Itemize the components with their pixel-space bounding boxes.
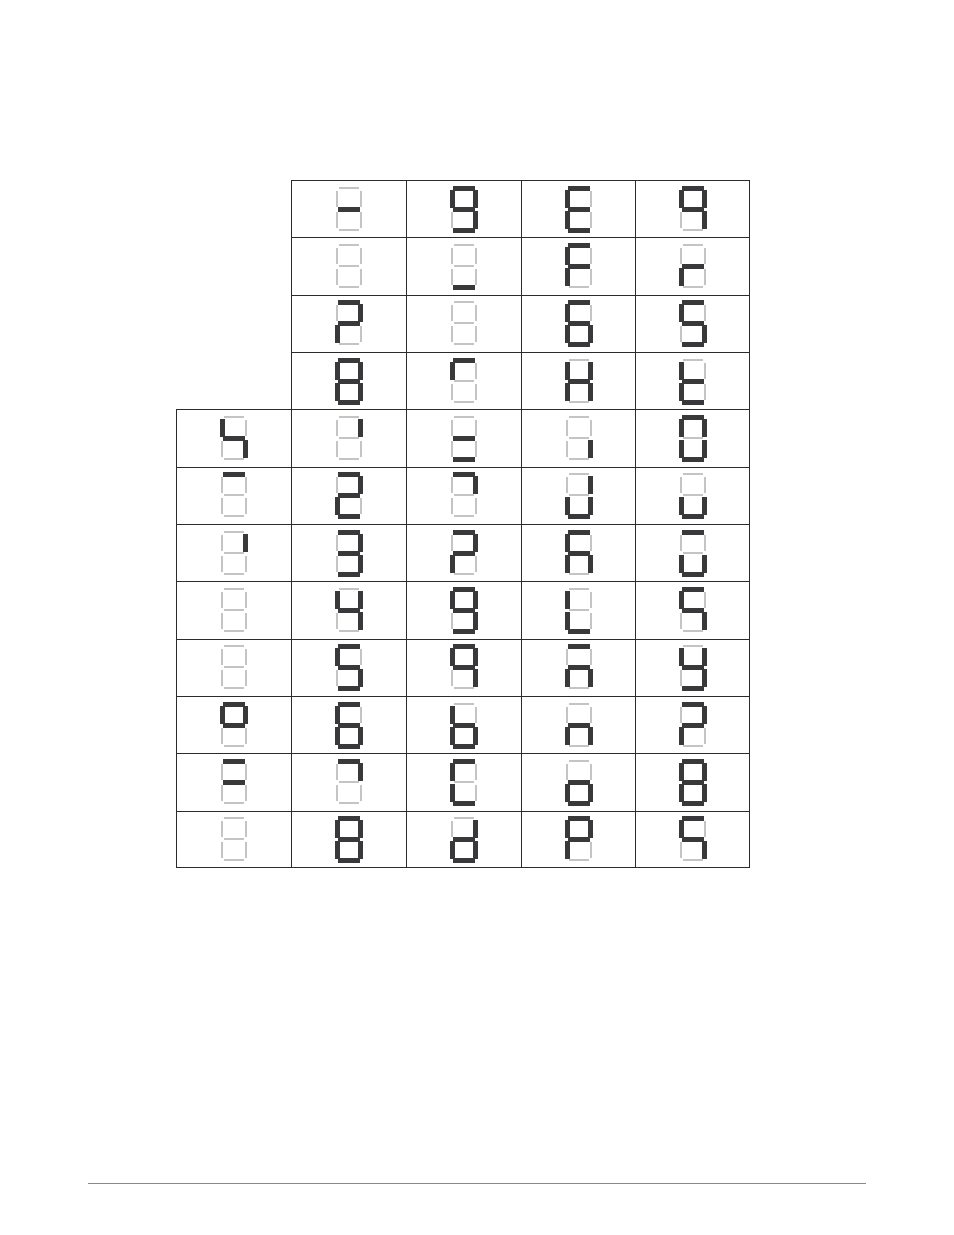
segment-e-off-icon bbox=[680, 326, 682, 342]
cell-r3c4 bbox=[521, 295, 635, 352]
segment-f-on-icon bbox=[565, 534, 570, 552]
segment-a-on-icon bbox=[682, 587, 704, 592]
seven-segment-digit bbox=[565, 816, 593, 863]
segment-e-on-icon bbox=[335, 325, 340, 343]
segment-f-off-icon bbox=[680, 248, 682, 264]
segment-d-off-icon bbox=[569, 401, 589, 403]
segment-e-off-icon bbox=[451, 498, 453, 514]
segment-c-on-icon bbox=[473, 669, 478, 687]
segment-d-off-icon bbox=[224, 687, 244, 689]
segment-a-on-icon bbox=[453, 472, 475, 477]
segment-e-off-icon bbox=[680, 842, 682, 858]
segment-g-on-icon bbox=[338, 608, 360, 613]
cell-r7c1 bbox=[176, 524, 291, 581]
segment-c-off-icon bbox=[590, 613, 592, 629]
segment-d-on-icon bbox=[453, 858, 475, 863]
segment-e-on-icon bbox=[679, 784, 684, 802]
segment-e-off-icon bbox=[336, 441, 338, 457]
segment-f-off-icon bbox=[221, 821, 223, 837]
segment-d-on-icon bbox=[682, 686, 704, 691]
segment-a-off-icon bbox=[569, 473, 589, 475]
segment-d-off-icon bbox=[224, 630, 244, 632]
segment-f-off-icon bbox=[451, 821, 453, 837]
void-area-r4c1 bbox=[176, 352, 291, 409]
segment-g-on-icon bbox=[223, 723, 245, 728]
seven-segment-digit bbox=[565, 186, 593, 233]
segment-g-on-icon bbox=[568, 321, 590, 326]
cell-r8c2 bbox=[291, 581, 406, 638]
segment-a-on-icon bbox=[338, 816, 360, 821]
segment-c-off-icon bbox=[475, 556, 477, 572]
segment-b-off-icon bbox=[590, 707, 592, 723]
segment-d-off-icon bbox=[683, 286, 703, 288]
segment-g-on-icon bbox=[568, 837, 590, 842]
cell-r1c3 bbox=[406, 180, 521, 237]
segment-e-on-icon bbox=[450, 727, 455, 745]
cell-r5c3 bbox=[406, 409, 521, 466]
cell-r6c5 bbox=[635, 467, 750, 524]
segment-e-on-icon bbox=[565, 555, 570, 573]
segment-c-on-icon bbox=[473, 612, 478, 630]
void-area-r1c1 bbox=[176, 180, 291, 237]
segment-d-on-icon bbox=[682, 572, 704, 577]
seven-segment-digit bbox=[335, 300, 363, 347]
seven-segment-digit bbox=[220, 816, 248, 863]
segment-d-off-icon bbox=[339, 343, 359, 345]
segment-c-off-icon bbox=[704, 384, 706, 400]
segment-b-on-icon bbox=[358, 419, 363, 437]
cell-r4c4 bbox=[521, 352, 635, 409]
segment-d-on-icon bbox=[682, 514, 704, 519]
segment-b-on-icon bbox=[473, 591, 478, 609]
segment-e-on-icon bbox=[679, 440, 684, 458]
segment-d-on-icon bbox=[682, 342, 704, 347]
segment-d-off-icon bbox=[224, 859, 244, 861]
seven-segment-digit bbox=[335, 472, 363, 519]
segment-c-off-icon bbox=[475, 441, 477, 457]
segment-c-on-icon bbox=[588, 555, 593, 573]
segment-g-on-icon bbox=[453, 608, 475, 613]
segment-a-off-icon bbox=[454, 244, 474, 246]
segment-b-off-icon bbox=[245, 821, 247, 837]
segment-e-on-icon bbox=[679, 497, 684, 515]
segment-e-off-icon bbox=[451, 269, 453, 285]
segment-d-on-icon bbox=[568, 629, 590, 634]
segment-f-on-icon bbox=[565, 304, 570, 322]
void-area-r3c1 bbox=[176, 295, 291, 352]
segment-f-off-icon bbox=[680, 707, 682, 723]
segment-e-on-icon bbox=[565, 268, 570, 286]
segment-f-off-icon bbox=[336, 305, 338, 321]
segment-b-on-icon bbox=[358, 304, 363, 322]
segment-b-off-icon bbox=[590, 420, 592, 436]
seven-segment-digit bbox=[450, 415, 478, 462]
segment-a-off-icon bbox=[569, 760, 589, 762]
cell-r9c5 bbox=[635, 639, 750, 696]
segment-e-off-icon bbox=[336, 212, 338, 228]
segment-f-off-icon bbox=[451, 420, 453, 436]
segment-b-on-icon bbox=[588, 362, 593, 380]
segment-b-on-icon bbox=[243, 534, 248, 552]
segment-b-off-icon bbox=[245, 649, 247, 665]
segment-d-on-icon bbox=[568, 342, 590, 347]
segment-b-off-icon bbox=[475, 363, 477, 379]
segment-e-on-icon bbox=[679, 555, 684, 573]
segment-d-on-icon bbox=[568, 514, 590, 519]
segment-a-on-icon bbox=[682, 759, 704, 764]
segment-d-off-icon bbox=[224, 573, 244, 575]
segment-d-on-icon bbox=[338, 514, 360, 519]
segment-e-on-icon bbox=[565, 841, 570, 859]
segment-d-on-icon bbox=[338, 858, 360, 863]
segment-e-on-icon bbox=[450, 841, 455, 859]
segment-a-off-icon bbox=[339, 244, 359, 246]
segment-g-on-icon bbox=[453, 665, 475, 670]
segment-g-off-icon bbox=[224, 838, 244, 840]
segment-f-on-icon bbox=[450, 706, 455, 724]
segment-c-on-icon bbox=[473, 211, 478, 229]
seven-segment-digit bbox=[450, 816, 478, 863]
segment-d-off-icon bbox=[339, 229, 359, 231]
cell-r10c5 bbox=[635, 696, 750, 753]
segment-f-off-icon bbox=[680, 535, 682, 551]
segment-e-off-icon bbox=[221, 670, 223, 686]
segment-c-off-icon bbox=[360, 269, 362, 285]
segment-d-off-icon bbox=[569, 573, 589, 575]
segment-f-on-icon bbox=[679, 362, 684, 380]
segment-f-on-icon bbox=[335, 362, 340, 380]
cell-r3c2 bbox=[291, 295, 406, 352]
segment-g-off-icon bbox=[569, 609, 589, 611]
segment-f-off-icon bbox=[221, 477, 223, 493]
seven-segment-digit bbox=[679, 530, 707, 577]
cell-r10c2 bbox=[291, 696, 406, 753]
segment-g-off-icon bbox=[339, 781, 359, 783]
segment-b-off-icon bbox=[475, 707, 477, 723]
segment-a-on-icon bbox=[568, 186, 590, 191]
segment-c-on-icon bbox=[702, 841, 707, 859]
seven-segment-digit bbox=[679, 300, 707, 347]
segment-a-on-icon bbox=[453, 644, 475, 649]
segment-e-off-icon bbox=[336, 613, 338, 629]
segment-c-off-icon bbox=[590, 269, 592, 285]
segment-e-off-icon bbox=[221, 728, 223, 744]
segment-f-on-icon bbox=[565, 190, 570, 208]
segment-f-on-icon bbox=[450, 648, 455, 666]
seven-segment-digit bbox=[335, 759, 363, 806]
segment-a-off-icon bbox=[569, 588, 589, 590]
cell-r9c4 bbox=[521, 639, 635, 696]
segment-e-off-icon bbox=[336, 269, 338, 285]
segment-d-on-icon bbox=[453, 801, 475, 806]
seven-segment-digit bbox=[335, 530, 363, 577]
cell-r7c5 bbox=[635, 524, 750, 581]
footer-rule bbox=[88, 1183, 866, 1184]
segment-d-off-icon bbox=[683, 859, 703, 861]
seven-segment-digit bbox=[679, 243, 707, 290]
segment-f-off-icon bbox=[221, 592, 223, 608]
segment-c-on-icon bbox=[702, 669, 707, 687]
segment-d-on-icon bbox=[682, 400, 704, 405]
segment-b-on-icon bbox=[702, 190, 707, 208]
segment-a-on-icon bbox=[682, 415, 704, 420]
segment-d-off-icon bbox=[454, 687, 474, 689]
cell-r7c3 bbox=[406, 524, 521, 581]
segment-e-off-icon bbox=[680, 613, 682, 629]
segment-b-on-icon bbox=[702, 419, 707, 437]
seven-segment-digit bbox=[335, 702, 363, 749]
segment-g-on-icon bbox=[568, 665, 590, 670]
segment-g-on-icon bbox=[682, 665, 704, 670]
segment-a-on-icon bbox=[682, 816, 704, 821]
segment-c-on-icon bbox=[588, 669, 593, 687]
segment-g-on-icon bbox=[338, 207, 360, 212]
segment-c-off-icon bbox=[475, 269, 477, 285]
segment-c-on-icon bbox=[702, 784, 707, 802]
segment-f-off-icon bbox=[566, 764, 568, 780]
segment-c-on-icon bbox=[358, 612, 363, 630]
segment-c-on-icon bbox=[358, 555, 363, 573]
segment-e-off-icon bbox=[221, 441, 223, 457]
segment-d-on-icon bbox=[682, 457, 704, 462]
segment-g-off-icon bbox=[454, 322, 474, 324]
seven-segment-digit bbox=[450, 530, 478, 577]
seven-segment-digit bbox=[335, 243, 363, 290]
segment-c-on-icon bbox=[702, 555, 707, 573]
segment-d-on-icon bbox=[338, 572, 360, 577]
seven-segment-digit bbox=[220, 587, 248, 634]
segment-b-on-icon bbox=[588, 476, 593, 494]
segment-b-on-icon bbox=[702, 706, 707, 724]
segment-a-on-icon bbox=[223, 702, 245, 707]
segment-a-on-icon bbox=[338, 644, 360, 649]
segment-e-off-icon bbox=[451, 326, 453, 342]
segment-b-off-icon bbox=[704, 305, 706, 321]
segment-c-off-icon bbox=[360, 785, 362, 801]
segment-c-off-icon bbox=[360, 441, 362, 457]
segment-c-on-icon bbox=[702, 440, 707, 458]
segment-e-on-icon bbox=[565, 497, 570, 515]
segment-f-on-icon bbox=[679, 648, 684, 666]
segment-g-on-icon bbox=[568, 723, 590, 728]
segment-f-off-icon bbox=[221, 764, 223, 780]
segment-c-off-icon bbox=[475, 498, 477, 514]
segment-g-on-icon bbox=[338, 837, 360, 842]
seven-segment-digit bbox=[335, 415, 363, 462]
segment-d-off-icon bbox=[224, 802, 244, 804]
segment-c-on-icon bbox=[473, 841, 478, 859]
seven-segment-digit bbox=[220, 530, 248, 577]
segment-c-off-icon bbox=[245, 498, 247, 514]
segment-g-on-icon bbox=[453, 436, 475, 441]
segment-g-on-icon bbox=[223, 436, 245, 441]
segment-e-off-icon bbox=[221, 498, 223, 514]
segment-e-on-icon bbox=[450, 555, 455, 573]
cell-r12c1 bbox=[176, 811, 291, 868]
cell-r6c1 bbox=[176, 467, 291, 524]
segment-b-off-icon bbox=[360, 707, 362, 723]
segment-f-off-icon bbox=[221, 649, 223, 665]
segment-e-off-icon bbox=[221, 785, 223, 801]
segment-e-off-icon bbox=[680, 212, 682, 228]
seven-segment-digit bbox=[679, 759, 707, 806]
cell-r11c2 bbox=[291, 753, 406, 810]
cell-r5c4 bbox=[521, 409, 635, 466]
segment-d-off-icon bbox=[683, 229, 703, 231]
segment-d-on-icon bbox=[568, 228, 590, 233]
segment-d-off-icon bbox=[569, 687, 589, 689]
segment-d-off-icon bbox=[454, 401, 474, 403]
segment-d-on-icon bbox=[453, 228, 475, 233]
segment-c-off-icon bbox=[360, 326, 362, 342]
cell-r2c5 bbox=[635, 237, 750, 294]
segment-a-off-icon bbox=[339, 187, 359, 189]
segment-c-off-icon bbox=[245, 842, 247, 858]
segment-f-off-icon bbox=[336, 535, 338, 551]
segment-d-off-icon bbox=[339, 458, 359, 460]
seven-segment-digit bbox=[679, 472, 707, 519]
scanned-page bbox=[0, 0, 954, 1235]
cell-r8c3 bbox=[406, 581, 521, 638]
segment-d-on-icon bbox=[453, 285, 475, 290]
segment-a-on-icon bbox=[338, 358, 360, 363]
segment-f-off-icon bbox=[566, 707, 568, 723]
segment-e-off-icon bbox=[221, 613, 223, 629]
segment-c-off-icon bbox=[475, 785, 477, 801]
seven-segment-digit bbox=[220, 644, 248, 691]
segment-e-off-icon bbox=[336, 556, 338, 572]
segment-f-on-icon bbox=[679, 419, 684, 437]
segment-a-on-icon bbox=[338, 530, 360, 535]
void-area-r2c1 bbox=[176, 237, 291, 294]
segment-a-off-icon bbox=[683, 473, 703, 475]
segment-b-on-icon bbox=[702, 648, 707, 666]
segment-g-on-icon bbox=[682, 264, 704, 269]
segment-f-on-icon bbox=[335, 648, 340, 666]
segment-b-off-icon bbox=[475, 248, 477, 264]
seven-segment-digit bbox=[450, 186, 478, 233]
segment-c-on-icon bbox=[473, 727, 478, 745]
seven-segment-digit bbox=[450, 358, 478, 405]
segment-a-on-icon bbox=[682, 300, 704, 305]
seven-segment-digit bbox=[450, 587, 478, 634]
segment-e-off-icon bbox=[451, 441, 453, 457]
segment-a-on-icon bbox=[338, 702, 360, 707]
segment-f-on-icon bbox=[565, 247, 570, 265]
segment-b-off-icon bbox=[590, 764, 592, 780]
segment-e-on-icon bbox=[679, 268, 684, 286]
seven-segment-digit bbox=[679, 415, 707, 462]
segment-c-off-icon bbox=[704, 728, 706, 744]
segment-d-off-icon bbox=[569, 458, 589, 460]
segment-f-on-icon bbox=[679, 591, 684, 609]
segment-f-off-icon bbox=[451, 477, 453, 493]
segment-f-on-icon bbox=[679, 190, 684, 208]
cell-r8c5 bbox=[635, 581, 750, 638]
segment-a-on-icon bbox=[682, 530, 704, 535]
segment-d-off-icon bbox=[224, 458, 244, 460]
segment-a-on-icon bbox=[223, 472, 245, 477]
segment-d-off-icon bbox=[224, 515, 244, 517]
cell-r6c2 bbox=[291, 467, 406, 524]
segment-b-on-icon bbox=[358, 476, 363, 494]
cell-r4c3 bbox=[406, 352, 521, 409]
segment-g-off-icon bbox=[454, 380, 474, 382]
segment-a-off-icon bbox=[454, 817, 474, 819]
cell-r12c4 bbox=[521, 811, 635, 868]
segment-b-on-icon bbox=[358, 534, 363, 552]
seven-segment-digit bbox=[565, 702, 593, 749]
segment-c-on-icon bbox=[702, 325, 707, 343]
segment-a-off-icon bbox=[683, 645, 703, 647]
segment-g-on-icon bbox=[682, 207, 704, 212]
segment-c-off-icon bbox=[360, 212, 362, 228]
segment-c-off-icon bbox=[245, 556, 247, 572]
cell-r6c3 bbox=[406, 467, 521, 524]
segment-b-off-icon bbox=[590, 592, 592, 608]
segment-e-off-icon bbox=[451, 613, 453, 629]
segment-g-on-icon bbox=[682, 379, 704, 384]
seven-segment-digit bbox=[335, 644, 363, 691]
segment-e-off-icon bbox=[221, 556, 223, 572]
cell-r11c4 bbox=[521, 753, 635, 810]
segment-g-on-icon bbox=[338, 379, 360, 384]
segment-g-off-icon bbox=[224, 552, 244, 554]
segment-g-on-icon bbox=[682, 837, 704, 842]
segment-f-on-icon bbox=[335, 820, 340, 838]
cell-r1c5 bbox=[635, 180, 750, 237]
cell-r11c5 bbox=[635, 753, 750, 810]
seven-segment-digit bbox=[335, 358, 363, 405]
segment-a-on-icon bbox=[453, 530, 475, 535]
cell-r8c1 bbox=[176, 581, 291, 638]
segment-f-off-icon bbox=[221, 535, 223, 551]
segment-e-on-icon bbox=[565, 612, 570, 630]
segment-c-on-icon bbox=[588, 440, 593, 458]
seven-segment-digit bbox=[335, 816, 363, 863]
segment-f-on-icon bbox=[335, 706, 340, 724]
segment-c-off-icon bbox=[245, 670, 247, 686]
segment-f-on-icon bbox=[450, 591, 455, 609]
segment-b-off-icon bbox=[245, 477, 247, 493]
segment-b-off-icon bbox=[245, 420, 247, 436]
segment-a-on-icon bbox=[568, 530, 590, 535]
segment-f-off-icon bbox=[336, 420, 338, 436]
segment-e-on-icon bbox=[450, 784, 455, 802]
segment-g-on-icon bbox=[453, 207, 475, 212]
seven-segment-digit bbox=[220, 759, 248, 806]
segment-a-on-icon bbox=[682, 702, 704, 707]
segment-f-on-icon bbox=[220, 706, 225, 724]
cell-r7c4 bbox=[521, 524, 635, 581]
segment-a-on-icon bbox=[453, 186, 475, 191]
cell-r2c3 bbox=[406, 237, 521, 294]
segment-b-on-icon bbox=[243, 706, 248, 724]
segment-a-on-icon bbox=[568, 243, 590, 248]
cell-r10c1 bbox=[176, 696, 291, 753]
cell-r12c3 bbox=[406, 811, 521, 868]
segment-c-off-icon bbox=[245, 613, 247, 629]
seven-segment-digit bbox=[679, 358, 707, 405]
seven-segment-digit bbox=[450, 243, 478, 290]
segment-d-off-icon bbox=[569, 286, 589, 288]
cell-r10c3 bbox=[406, 696, 521, 753]
segment-g-on-icon bbox=[682, 608, 704, 613]
segment-d-on-icon bbox=[568, 801, 590, 806]
segment-a-off-icon bbox=[224, 531, 244, 533]
segment-e-on-icon bbox=[679, 383, 684, 401]
segment-g-off-icon bbox=[683, 494, 703, 496]
